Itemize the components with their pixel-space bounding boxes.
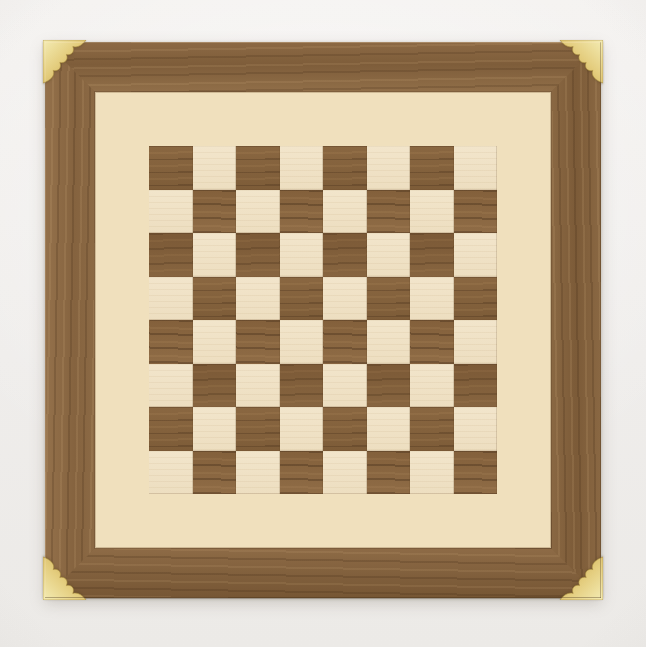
square-d3[interactable] <box>280 364 324 408</box>
square-b3[interactable] <box>193 364 237 408</box>
square-b7[interactable] <box>193 190 237 234</box>
square-c1[interactable] <box>236 451 280 495</box>
square-e2[interactable] <box>323 407 367 451</box>
square-g3[interactable] <box>410 364 454 408</box>
square-b4[interactable] <box>193 320 237 364</box>
square-h4[interactable] <box>454 320 498 364</box>
square-h7[interactable] <box>454 190 498 234</box>
square-a5[interactable] <box>149 277 193 321</box>
square-e5[interactable] <box>323 277 367 321</box>
square-a7[interactable] <box>149 190 193 234</box>
square-d5[interactable] <box>280 277 324 321</box>
brass-corner-bottom-left-icon <box>43 556 87 600</box>
square-d1[interactable] <box>280 451 324 495</box>
square-g1[interactable] <box>410 451 454 495</box>
square-b5[interactable] <box>193 277 237 321</box>
square-c6[interactable] <box>236 233 280 277</box>
square-d4[interactable] <box>280 320 324 364</box>
square-f4[interactable] <box>367 320 411 364</box>
square-b6[interactable] <box>193 233 237 277</box>
board-frame-top <box>45 42 601 92</box>
square-e8[interactable] <box>323 146 367 190</box>
square-c8[interactable] <box>236 146 280 190</box>
square-f7[interactable] <box>367 190 411 234</box>
square-e6[interactable] <box>323 233 367 277</box>
square-g7[interactable] <box>410 190 454 234</box>
square-h8[interactable] <box>454 146 498 190</box>
square-f8[interactable] <box>367 146 411 190</box>
brass-corner-top-left-icon <box>43 40 87 84</box>
maple-inlay-border <box>95 92 551 548</box>
square-f6[interactable] <box>367 233 411 277</box>
square-b8[interactable] <box>193 146 237 190</box>
square-g5[interactable] <box>410 277 454 321</box>
brass-corner-bottom-right-icon <box>559 556 603 600</box>
square-e3[interactable] <box>323 364 367 408</box>
square-a4[interactable] <box>149 320 193 364</box>
chess-board <box>45 42 601 598</box>
square-g8[interactable] <box>410 146 454 190</box>
square-c3[interactable] <box>236 364 280 408</box>
square-h2[interactable] <box>454 407 498 451</box>
square-g2[interactable] <box>410 407 454 451</box>
square-d8[interactable] <box>280 146 324 190</box>
square-h1[interactable] <box>454 451 498 495</box>
photo-background <box>0 0 646 647</box>
square-b2[interactable] <box>193 407 237 451</box>
square-c4[interactable] <box>236 320 280 364</box>
square-e1[interactable] <box>323 451 367 495</box>
square-c2[interactable] <box>236 407 280 451</box>
square-f5[interactable] <box>367 277 411 321</box>
square-a1[interactable] <box>149 451 193 495</box>
square-f2[interactable] <box>367 407 411 451</box>
square-a3[interactable] <box>149 364 193 408</box>
square-b1[interactable] <box>193 451 237 495</box>
square-e7[interactable] <box>323 190 367 234</box>
square-e4[interactable] <box>323 320 367 364</box>
square-g6[interactable] <box>410 233 454 277</box>
square-h3[interactable] <box>454 364 498 408</box>
square-a2[interactable] <box>149 407 193 451</box>
square-g4[interactable] <box>410 320 454 364</box>
square-c7[interactable] <box>236 190 280 234</box>
square-h5[interactable] <box>454 277 498 321</box>
board-frame-right <box>551 42 601 598</box>
square-d2[interactable] <box>280 407 324 451</box>
square-d7[interactable] <box>280 190 324 234</box>
square-h6[interactable] <box>454 233 498 277</box>
board-frame-bottom <box>45 548 601 598</box>
board-frame-left <box>45 42 95 598</box>
square-d6[interactable] <box>280 233 324 277</box>
square-a6[interactable] <box>149 233 193 277</box>
square-f3[interactable] <box>367 364 411 408</box>
square-c5[interactable] <box>236 277 280 321</box>
board-grid <box>149 146 497 494</box>
square-a8[interactable] <box>149 146 193 190</box>
square-f1[interactable] <box>367 451 411 495</box>
brass-corner-top-right-icon <box>559 40 603 84</box>
